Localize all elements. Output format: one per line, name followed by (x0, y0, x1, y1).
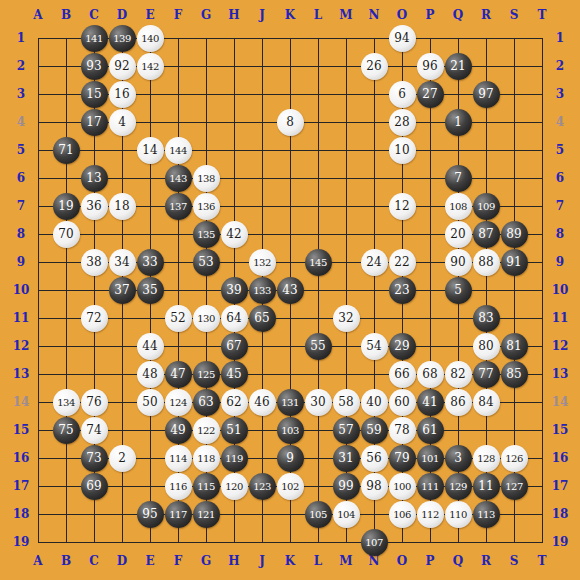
stone-H8[interactable]: 42 (221, 221, 248, 248)
row-label-right-2: 2 (556, 59, 564, 73)
stone-R3[interactable]: 97 (473, 81, 500, 108)
stone-O3[interactable]: 6 (389, 81, 416, 108)
column-label-top-J: J (259, 8, 265, 22)
stone-E12[interactable]: 44 (137, 333, 164, 360)
stone-O12[interactable]: 29 (389, 333, 416, 360)
stone-Q6[interactable]: 7 (445, 165, 472, 192)
stone-N16[interactable]: 56 (361, 445, 388, 472)
row-label-right-12: 12 (552, 339, 569, 353)
row-label-right-10: 10 (552, 283, 569, 297)
row-label-right-14: 14 (552, 395, 569, 409)
stone-H16[interactable]: 119 (221, 445, 248, 472)
row-label-right-8: 8 (556, 227, 564, 241)
stone-Q9[interactable]: 90 (445, 249, 472, 276)
column-label-top-L: L (314, 8, 322, 22)
stone-N12[interactable]: 54 (361, 333, 388, 360)
stone-P17[interactable]: 111 (417, 473, 444, 500)
stone-E13[interactable]: 48 (137, 361, 164, 388)
stone-L14[interactable]: 30 (305, 389, 332, 416)
stone-S9[interactable]: 91 (501, 249, 528, 276)
stone-H14[interactable]: 62 (221, 389, 248, 416)
column-label-top-P: P (425, 8, 434, 22)
stone-K15[interactable]: 103 (277, 417, 304, 444)
stone-M18[interactable]: 104 (333, 501, 360, 528)
stone-G14[interactable]: 63 (193, 389, 220, 416)
row-label-right-11: 11 (552, 311, 569, 325)
stone-P13[interactable]: 68 (417, 361, 444, 388)
stone-D10[interactable]: 37 (109, 277, 136, 304)
stone-G6[interactable]: 138 (193, 165, 220, 192)
column-label-bottom-G: G (201, 554, 211, 568)
stone-D1[interactable]: 139 (109, 25, 136, 52)
stone-Q4[interactable]: 1 (445, 109, 472, 136)
row-label-right-5: 5 (556, 143, 564, 157)
stone-E1[interactable]: 140 (137, 25, 164, 52)
stone-L12[interactable]: 55 (305, 333, 332, 360)
column-label-top-T: T (538, 8, 547, 22)
column-label-bottom-Q: Q (453, 554, 463, 568)
stone-H10[interactable]: 39 (221, 277, 248, 304)
column-label-top-E: E (145, 8, 154, 22)
stone-F13[interactable]: 47 (165, 361, 192, 388)
row-label-right-4: 4 (556, 115, 564, 129)
go-board-screen: ABCDEFGHJKLMNOPQRST ABCDEFGHJKLMNOPQRST … (0, 0, 580, 580)
stone-B5[interactable]: 71 (53, 137, 80, 164)
column-label-bottom-C: C (89, 554, 99, 568)
stone-O15[interactable]: 78 (389, 417, 416, 444)
row-label-left-16: 16 (13, 451, 30, 465)
stone-O13[interactable]: 66 (389, 361, 416, 388)
stone-B8[interactable]: 70 (53, 221, 80, 248)
column-label-top-K: K (285, 8, 295, 22)
stone-S12[interactable]: 81 (501, 333, 528, 360)
row-label-left-2: 2 (17, 59, 25, 73)
stone-M16[interactable]: 31 (333, 445, 360, 472)
stone-K10[interactable]: 43 (277, 277, 304, 304)
stone-G15[interactable]: 122 (193, 417, 220, 444)
stone-C6[interactable]: 13 (81, 165, 108, 192)
column-label-top-Q: Q (453, 8, 463, 22)
stone-H17[interactable]: 120 (221, 473, 248, 500)
row-label-right-6: 6 (556, 171, 564, 185)
stone-C14[interactable]: 76 (81, 389, 108, 416)
column-label-bottom-P: P (425, 554, 434, 568)
stone-R12[interactable]: 80 (473, 333, 500, 360)
row-label-left-3: 3 (17, 87, 25, 101)
stone-E5[interactable]: 14 (137, 137, 164, 164)
stone-M17[interactable]: 99 (333, 473, 360, 500)
stone-O7[interactable]: 12 (389, 193, 416, 220)
stone-B15[interactable]: 75 (53, 417, 80, 444)
stone-G7[interactable]: 136 (193, 193, 220, 220)
column-label-bottom-F: F (174, 554, 183, 568)
stone-M11[interactable]: 32 (333, 305, 360, 332)
row-label-left-9: 9 (17, 255, 25, 269)
stone-R8[interactable]: 87 (473, 221, 500, 248)
stone-G8[interactable]: 135 (193, 221, 220, 248)
row-label-left-11: 11 (13, 311, 30, 325)
stone-R17[interactable]: 11 (473, 473, 500, 500)
stone-F16[interactable]: 114 (165, 445, 192, 472)
stone-G16[interactable]: 118 (193, 445, 220, 472)
stone-J14[interactable]: 46 (249, 389, 276, 416)
stone-C17[interactable]: 69 (81, 473, 108, 500)
row-label-right-7: 7 (556, 199, 564, 213)
column-label-bottom-J: J (259, 554, 265, 568)
stone-O14[interactable]: 60 (389, 389, 416, 416)
stone-C3[interactable]: 15 (81, 81, 108, 108)
stone-C9[interactable]: 38 (81, 249, 108, 276)
row-label-left-17: 17 (13, 479, 30, 493)
row-label-right-1: 1 (556, 31, 564, 45)
stone-F17[interactable]: 116 (165, 473, 192, 500)
stone-H15[interactable]: 51 (221, 417, 248, 444)
stone-R14[interactable]: 84 (473, 389, 500, 416)
stone-B7[interactable]: 19 (53, 193, 80, 220)
stone-C2[interactable]: 93 (81, 53, 108, 80)
column-label-top-F: F (174, 8, 183, 22)
row-label-left-14: 14 (13, 395, 30, 409)
column-label-bottom-S: S (510, 554, 519, 568)
row-label-left-18: 18 (13, 507, 30, 521)
stone-O4[interactable]: 28 (389, 109, 416, 136)
row-label-left-12: 12 (13, 339, 30, 353)
stone-J11[interactable]: 65 (249, 305, 276, 332)
column-label-top-G: G (201, 8, 211, 22)
stone-R13[interactable]: 77 (473, 361, 500, 388)
stone-F11[interactable]: 52 (165, 305, 192, 332)
column-label-bottom-M: M (339, 554, 352, 568)
stone-Q17[interactable]: 129 (445, 473, 472, 500)
stone-O18[interactable]: 106 (389, 501, 416, 528)
row-label-right-19: 19 (552, 535, 569, 549)
stone-K14[interactable]: 131 (277, 389, 304, 416)
stone-F5[interactable]: 144 (165, 137, 192, 164)
stone-F18[interactable]: 117 (165, 501, 192, 528)
stone-O9[interactable]: 22 (389, 249, 416, 276)
column-label-bottom-D: D (117, 554, 127, 568)
stone-O10[interactable]: 23 (389, 277, 416, 304)
column-label-bottom-H: H (228, 554, 239, 568)
stone-H11[interactable]: 64 (221, 305, 248, 332)
stone-C11[interactable]: 72 (81, 305, 108, 332)
row-label-right-15: 15 (552, 423, 569, 437)
stone-L9[interactable]: 145 (305, 249, 332, 276)
stone-F6[interactable]: 143 (165, 165, 192, 192)
stone-F7[interactable]: 137 (165, 193, 192, 220)
stone-G13[interactable]: 125 (193, 361, 220, 388)
stone-C1[interactable]: 141 (81, 25, 108, 52)
stone-F14[interactable]: 124 (165, 389, 192, 416)
stone-C4[interactable]: 17 (81, 109, 108, 136)
stone-Q8[interactable]: 20 (445, 221, 472, 248)
stone-R16[interactable]: 128 (473, 445, 500, 472)
stone-R18[interactable]: 113 (473, 501, 500, 528)
stone-J9[interactable]: 132 (249, 249, 276, 276)
stone-D4[interactable]: 4 (109, 109, 136, 136)
stone-Q2[interactable]: 21 (445, 53, 472, 80)
stone-E2[interactable]: 142 (137, 53, 164, 80)
row-label-right-17: 17 (552, 479, 569, 493)
column-label-bottom-T: T (538, 554, 547, 568)
stone-P16[interactable]: 101 (417, 445, 444, 472)
stone-N9[interactable]: 24 (361, 249, 388, 276)
stone-K16[interactable]: 9 (277, 445, 304, 472)
stone-P18[interactable]: 112 (417, 501, 444, 528)
stone-N19[interactable]: 107 (361, 529, 388, 556)
stone-O16[interactable]: 79 (389, 445, 416, 472)
column-label-top-O: O (397, 8, 407, 22)
column-label-bottom-E: E (145, 554, 154, 568)
stone-M14[interactable]: 58 (333, 389, 360, 416)
stone-Q14[interactable]: 86 (445, 389, 472, 416)
row-label-left-10: 10 (13, 283, 30, 297)
stone-L18[interactable]: 105 (305, 501, 332, 528)
column-label-bottom-L: L (314, 554, 322, 568)
stone-C7[interactable]: 36 (81, 193, 108, 220)
row-label-left-6: 6 (17, 171, 25, 185)
stone-K4[interactable]: 8 (277, 109, 304, 136)
column-label-top-B: B (61, 8, 71, 22)
row-label-left-8: 8 (17, 227, 25, 241)
stone-G17[interactable]: 115 (193, 473, 220, 500)
row-label-right-16: 16 (552, 451, 569, 465)
stone-P3[interactable]: 27 (417, 81, 444, 108)
column-label-bottom-O: O (397, 554, 407, 568)
stone-K17[interactable]: 102 (277, 473, 304, 500)
stone-N2[interactable]: 26 (361, 53, 388, 80)
row-label-left-19: 19 (13, 535, 30, 549)
column-label-bottom-K: K (285, 554, 295, 568)
stone-G9[interactable]: 53 (193, 249, 220, 276)
stone-E9[interactable]: 33 (137, 249, 164, 276)
stone-F15[interactable]: 49 (165, 417, 192, 444)
stone-H12[interactable]: 67 (221, 333, 248, 360)
row-label-left-15: 15 (13, 423, 30, 437)
stone-E14[interactable]: 50 (137, 389, 164, 416)
column-label-top-D: D (117, 8, 127, 22)
stone-Q7[interactable]: 108 (445, 193, 472, 220)
stone-N17[interactable]: 98 (361, 473, 388, 500)
stone-D3[interactable]: 16 (109, 81, 136, 108)
column-label-top-M: M (339, 8, 352, 22)
column-label-bottom-A: A (33, 554, 42, 568)
row-label-left-5: 5 (17, 143, 25, 157)
stone-P14[interactable]: 41 (417, 389, 444, 416)
stone-S16[interactable]: 126 (501, 445, 528, 472)
stone-D9[interactable]: 34 (109, 249, 136, 276)
stone-R7[interactable]: 109 (473, 193, 500, 220)
stone-B14[interactable]: 134 (53, 389, 80, 416)
stone-C15[interactable]: 74 (81, 417, 108, 444)
column-label-bottom-N: N (369, 554, 380, 568)
stone-G11[interactable]: 130 (193, 305, 220, 332)
row-label-right-9: 9 (556, 255, 564, 269)
stone-Q18[interactable]: 110 (445, 501, 472, 528)
stone-P15[interactable]: 61 (417, 417, 444, 444)
stone-S17[interactable]: 127 (501, 473, 528, 500)
stone-S13[interactable]: 85 (501, 361, 528, 388)
row-label-right-3: 3 (556, 87, 564, 101)
stone-O1[interactable]: 94 (389, 25, 416, 52)
column-label-top-N: N (369, 8, 380, 22)
stone-H13[interactable]: 45 (221, 361, 248, 388)
stone-M15[interactable]: 57 (333, 417, 360, 444)
column-label-top-S: S (510, 8, 519, 22)
stone-N14[interactable]: 40 (361, 389, 388, 416)
row-label-left-7: 7 (17, 199, 25, 213)
column-label-top-A: A (33, 8, 42, 22)
column-label-bottom-B: B (61, 554, 71, 568)
stone-R11[interactable]: 83 (473, 305, 500, 332)
stone-E10[interactable]: 35 (137, 277, 164, 304)
stone-J17[interactable]: 123 (249, 473, 276, 500)
stone-D16[interactable]: 2 (109, 445, 136, 472)
stone-S8[interactable]: 89 (501, 221, 528, 248)
stone-J10[interactable]: 133 (249, 277, 276, 304)
stone-Q16[interactable]: 3 (445, 445, 472, 472)
stone-Q13[interactable]: 82 (445, 361, 472, 388)
stone-N15[interactable]: 59 (361, 417, 388, 444)
stone-D2[interactable]: 92 (109, 53, 136, 80)
row-label-left-4: 4 (17, 115, 25, 129)
column-label-bottom-R: R (481, 554, 491, 568)
column-label-top-H: H (228, 8, 239, 22)
stone-P2[interactable]: 96 (417, 53, 444, 80)
column-label-top-C: C (89, 8, 99, 22)
row-label-right-18: 18 (552, 507, 569, 521)
stone-O17[interactable]: 100 (389, 473, 416, 500)
row-label-left-1: 1 (17, 31, 25, 45)
row-label-right-13: 13 (552, 367, 569, 381)
stone-C16[interactable]: 73 (81, 445, 108, 472)
stone-R9[interactable]: 88 (473, 249, 500, 276)
stone-E18[interactable]: 95 (137, 501, 164, 528)
stone-D7[interactable]: 18 (109, 193, 136, 220)
stone-Q10[interactable]: 5 (445, 277, 472, 304)
stone-G18[interactable]: 121 (193, 501, 220, 528)
stone-O5[interactable]: 10 (389, 137, 416, 164)
row-label-left-13: 13 (13, 367, 30, 381)
column-label-top-R: R (481, 8, 491, 22)
